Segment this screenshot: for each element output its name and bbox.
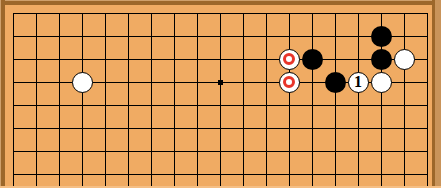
point-K13[interactable]	[209, 140, 232, 163]
board-frame-left	[0, 0, 5, 188]
point-S14[interactable]	[393, 117, 416, 140]
go-board-grid: 1	[2, 2, 439, 186]
point-E12[interactable]	[94, 163, 117, 186]
point-L18[interactable]	[232, 25, 255, 48]
point-L16[interactable]	[232, 71, 255, 94]
point-G18[interactable]	[140, 25, 163, 48]
point-O16[interactable]	[301, 71, 324, 94]
point-H12[interactable]	[163, 163, 186, 186]
point-B18[interactable]	[25, 25, 48, 48]
point-C12[interactable]	[48, 163, 71, 186]
black-stone	[325, 72, 346, 93]
point-F18[interactable]	[117, 25, 140, 48]
point-H18[interactable]	[163, 25, 186, 48]
point-C16[interactable]	[48, 71, 71, 94]
point-D14[interactable]	[71, 117, 94, 140]
point-N12[interactable]	[278, 163, 301, 186]
point-Q14[interactable]	[347, 117, 370, 140]
black-stone	[371, 26, 392, 47]
point-M17[interactable]	[255, 48, 278, 71]
point-Q15[interactable]	[347, 94, 370, 117]
point-J13[interactable]	[186, 140, 209, 163]
point-R15[interactable]	[370, 94, 393, 117]
point-H15[interactable]	[163, 94, 186, 117]
point-R14[interactable]	[370, 117, 393, 140]
point-N16[interactable]	[278, 71, 301, 94]
point-B17[interactable]	[25, 48, 48, 71]
point-C14[interactable]	[48, 117, 71, 140]
white-stone	[72, 72, 93, 93]
point-S16[interactable]	[393, 71, 416, 94]
point-E17[interactable]	[94, 48, 117, 71]
point-J17[interactable]	[186, 48, 209, 71]
point-D16[interactable]	[71, 71, 94, 94]
point-J16[interactable]	[186, 71, 209, 94]
point-N15[interactable]	[278, 94, 301, 117]
point-G17[interactable]	[140, 48, 163, 71]
point-Q18[interactable]	[347, 25, 370, 48]
point-D13[interactable]	[71, 140, 94, 163]
point-M18[interactable]	[255, 25, 278, 48]
point-C18[interactable]	[48, 25, 71, 48]
point-K14[interactable]	[209, 117, 232, 140]
point-P12[interactable]	[324, 163, 347, 186]
point-R12[interactable]	[370, 163, 393, 186]
point-S12[interactable]	[393, 163, 416, 186]
point-P13[interactable]	[324, 140, 347, 163]
point-O18[interactable]	[301, 25, 324, 48]
point-S15[interactable]	[393, 94, 416, 117]
point-P15[interactable]	[324, 94, 347, 117]
point-O13[interactable]	[301, 140, 324, 163]
board-frame-top	[0, 0, 441, 5]
point-Q17[interactable]	[347, 48, 370, 71]
point-B12[interactable]	[25, 163, 48, 186]
point-J14[interactable]	[186, 117, 209, 140]
point-N17[interactable]	[278, 48, 301, 71]
point-C17[interactable]	[48, 48, 71, 71]
point-N18[interactable]	[278, 25, 301, 48]
point-G15[interactable]	[140, 94, 163, 117]
point-K12[interactable]	[209, 163, 232, 186]
point-M13[interactable]	[255, 140, 278, 163]
point-F14[interactable]	[117, 117, 140, 140]
point-F12[interactable]	[117, 163, 140, 186]
point-L14[interactable]	[232, 117, 255, 140]
circle-mark-icon	[283, 76, 295, 88]
white-stone-move-1: 1	[348, 72, 369, 93]
point-J18[interactable]	[186, 25, 209, 48]
point-C13[interactable]	[48, 140, 71, 163]
point-H16[interactable]	[163, 71, 186, 94]
point-F16[interactable]	[117, 71, 140, 94]
point-L12[interactable]	[232, 163, 255, 186]
point-R16[interactable]	[370, 71, 393, 94]
point-R17[interactable]	[370, 48, 393, 71]
point-B15[interactable]	[25, 94, 48, 117]
white-stone	[394, 49, 415, 70]
point-L15[interactable]	[232, 94, 255, 117]
point-D17[interactable]	[71, 48, 94, 71]
point-J15[interactable]	[186, 94, 209, 117]
point-K15[interactable]	[209, 94, 232, 117]
board-frame-right	[432, 0, 441, 188]
point-G16[interactable]	[140, 71, 163, 94]
point-M14[interactable]	[255, 117, 278, 140]
point-P14[interactable]	[324, 117, 347, 140]
white-stone-circled	[279, 49, 300, 70]
point-P17[interactable]	[324, 48, 347, 71]
point-H13[interactable]	[163, 140, 186, 163]
point-Q16[interactable]: 1	[347, 71, 370, 94]
point-C15[interactable]	[48, 94, 71, 117]
point-E16[interactable]	[94, 71, 117, 94]
board-frame-bottom	[0, 186, 441, 188]
white-stone	[371, 72, 392, 93]
point-R13[interactable]	[370, 140, 393, 163]
point-J12[interactable]	[186, 163, 209, 186]
point-K17[interactable]	[209, 48, 232, 71]
point-P18[interactable]	[324, 25, 347, 48]
point-N13[interactable]	[278, 140, 301, 163]
star-point	[218, 80, 223, 85]
point-B13[interactable]	[25, 140, 48, 163]
point-D18[interactable]	[71, 25, 94, 48]
point-F15[interactable]	[117, 94, 140, 117]
point-S17[interactable]	[393, 48, 416, 71]
point-K18[interactable]	[209, 25, 232, 48]
point-G14[interactable]	[140, 117, 163, 140]
point-E14[interactable]	[94, 117, 117, 140]
point-D15[interactable]	[71, 94, 94, 117]
point-H14[interactable]	[163, 117, 186, 140]
move-number-label: 1	[349, 73, 368, 92]
point-Q12[interactable]	[347, 163, 370, 186]
point-B16[interactable]	[25, 71, 48, 94]
point-M16[interactable]	[255, 71, 278, 94]
point-N14[interactable]	[278, 117, 301, 140]
point-G12[interactable]	[140, 163, 163, 186]
point-O17[interactable]	[301, 48, 324, 71]
point-S13[interactable]	[393, 140, 416, 163]
circle-mark-icon	[283, 53, 295, 65]
point-O15[interactable]	[301, 94, 324, 117]
point-F13[interactable]	[117, 140, 140, 163]
point-E18[interactable]	[94, 25, 117, 48]
point-M12[interactable]	[255, 163, 278, 186]
point-S18[interactable]	[393, 25, 416, 48]
point-E15[interactable]	[94, 94, 117, 117]
point-M15[interactable]	[255, 94, 278, 117]
point-E13[interactable]	[94, 140, 117, 163]
point-D12[interactable]	[71, 163, 94, 186]
go-diagram: 1	[0, 0, 441, 188]
point-L13[interactable]	[232, 140, 255, 163]
point-F17[interactable]	[117, 48, 140, 71]
point-O14[interactable]	[301, 117, 324, 140]
point-K16[interactable]	[209, 71, 232, 94]
point-H17[interactable]	[163, 48, 186, 71]
point-P16[interactable]	[324, 71, 347, 94]
black-stone	[302, 49, 323, 70]
point-G13[interactable]	[140, 140, 163, 163]
point-L17[interactable]	[232, 48, 255, 71]
white-stone-circled	[279, 72, 300, 93]
point-O12[interactable]	[301, 163, 324, 186]
black-stone	[371, 49, 392, 70]
point-R18[interactable]	[370, 25, 393, 48]
point-Q13[interactable]	[347, 140, 370, 163]
point-B14[interactable]	[25, 117, 48, 140]
